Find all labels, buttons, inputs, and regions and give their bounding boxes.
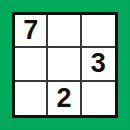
cell-r0c1[interactable] xyxy=(48,15,81,48)
cell-r1c0[interactable] xyxy=(15,48,48,81)
cell-r2c2[interactable] xyxy=(82,82,115,115)
cell-r0c2[interactable] xyxy=(82,15,115,48)
cell-r2c0[interactable] xyxy=(15,82,48,115)
sudoku-board: 7 3 2 xyxy=(12,12,118,118)
cell-r2c1[interactable]: 2 xyxy=(48,82,81,115)
cell-r1c2[interactable]: 3 xyxy=(82,48,115,81)
cell-r0c0[interactable]: 7 xyxy=(15,15,48,48)
cell-r1c1[interactable] xyxy=(48,48,81,81)
